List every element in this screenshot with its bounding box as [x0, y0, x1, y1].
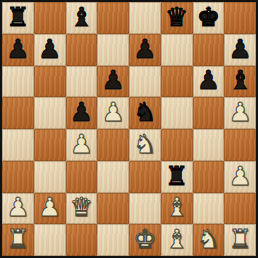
- square-g5[interactable]: [193, 97, 225, 129]
- black-pawn-b7[interactable]: ♟: [38, 36, 61, 62]
- square-b7[interactable]: ♟: [34, 34, 66, 66]
- white-bishop-f1[interactable]: ♝: [165, 226, 188, 252]
- square-c6[interactable]: [66, 66, 98, 98]
- square-c1[interactable]: [66, 224, 98, 256]
- square-b3[interactable]: [34, 161, 66, 193]
- square-e6[interactable]: [129, 66, 161, 98]
- square-b8[interactable]: [34, 2, 66, 34]
- black-pawn-a7[interactable]: ♟: [6, 36, 29, 62]
- white-pawn-h5[interactable]: ♟: [228, 99, 251, 125]
- square-a3[interactable]: [2, 161, 34, 193]
- white-rook-a1[interactable]: ♜: [6, 226, 29, 252]
- black-rook-f3[interactable]: ♜: [165, 163, 188, 189]
- white-rook-h1[interactable]: ♜: [228, 226, 251, 252]
- square-c5[interactable]: ♟: [66, 97, 98, 129]
- square-e4[interactable]: ♞: [129, 129, 161, 161]
- square-b6[interactable]: [34, 66, 66, 98]
- square-a4[interactable]: [2, 129, 34, 161]
- square-f3[interactable]: ♜: [161, 161, 193, 193]
- black-king-g8[interactable]: ♚: [197, 4, 220, 30]
- white-pawn-d5[interactable]: ♟: [101, 99, 124, 125]
- square-g4[interactable]: [193, 129, 225, 161]
- square-f8[interactable]: ♛: [161, 2, 193, 34]
- square-h6[interactable]: ♝: [224, 66, 256, 98]
- square-a5[interactable]: [2, 97, 34, 129]
- square-e5[interactable]: ♞: [129, 97, 161, 129]
- square-h8[interactable]: [224, 2, 256, 34]
- square-c4[interactable]: ♟: [66, 129, 98, 161]
- square-h3[interactable]: ♟: [224, 161, 256, 193]
- square-b2[interactable]: ♟: [34, 193, 66, 225]
- square-e2[interactable]: [129, 193, 161, 225]
- white-knight-e4[interactable]: ♞: [133, 131, 156, 157]
- square-e1[interactable]: ♚: [129, 224, 161, 256]
- square-d4[interactable]: [97, 129, 129, 161]
- chess-board: ♜♝♛♚♟♟♟♟♟♟♝♟♟♞♟♟♞♜♟♟♟♛♝♜♚♝♞♜: [2, 2, 256, 256]
- chess-board-frame: ♜♝♛♚♟♟♟♟♟♟♝♟♟♞♟♟♞♜♟♟♟♛♝♜♚♝♞♜: [0, 0, 258, 258]
- square-a2[interactable]: ♟: [2, 193, 34, 225]
- square-h1[interactable]: ♜: [224, 224, 256, 256]
- square-e7[interactable]: ♟: [129, 34, 161, 66]
- square-c3[interactable]: [66, 161, 98, 193]
- black-bishop-c8[interactable]: ♝: [70, 4, 93, 30]
- black-rook-a8[interactable]: ♜: [6, 4, 29, 30]
- black-pawn-d6[interactable]: ♟: [101, 67, 124, 93]
- white-pawn-b2[interactable]: ♟: [38, 194, 61, 220]
- square-d7[interactable]: [97, 34, 129, 66]
- square-b5[interactable]: [34, 97, 66, 129]
- square-b1[interactable]: [34, 224, 66, 256]
- square-c8[interactable]: ♝: [66, 2, 98, 34]
- white-bishop-f2[interactable]: ♝: [165, 194, 188, 220]
- white-pawn-a2[interactable]: ♟: [6, 194, 29, 220]
- square-g3[interactable]: [193, 161, 225, 193]
- square-d6[interactable]: ♟: [97, 66, 129, 98]
- square-a7[interactable]: ♟: [2, 34, 34, 66]
- square-f5[interactable]: [161, 97, 193, 129]
- square-g8[interactable]: ♚: [193, 2, 225, 34]
- black-queen-f8[interactable]: ♛: [165, 4, 188, 30]
- square-g1[interactable]: ♞: [193, 224, 225, 256]
- white-pawn-c4[interactable]: ♟: [70, 131, 93, 157]
- square-f4[interactable]: [161, 129, 193, 161]
- square-g7[interactable]: [193, 34, 225, 66]
- square-a6[interactable]: [2, 66, 34, 98]
- black-pawn-g6[interactable]: ♟: [197, 67, 220, 93]
- square-f2[interactable]: ♝: [161, 193, 193, 225]
- square-b4[interactable]: [34, 129, 66, 161]
- square-d5[interactable]: ♟: [97, 97, 129, 129]
- square-h7[interactable]: ♟: [224, 34, 256, 66]
- square-a1[interactable]: ♜: [2, 224, 34, 256]
- white-queen-c2[interactable]: ♛: [70, 194, 93, 220]
- white-pawn-h3[interactable]: ♟: [228, 163, 251, 189]
- square-d8[interactable]: [97, 2, 129, 34]
- black-bishop-h6[interactable]: ♝: [228, 67, 251, 93]
- square-d2[interactable]: [97, 193, 129, 225]
- black-pawn-h7[interactable]: ♟: [228, 36, 251, 62]
- square-g6[interactable]: ♟: [193, 66, 225, 98]
- square-d1[interactable]: [97, 224, 129, 256]
- square-f6[interactable]: [161, 66, 193, 98]
- square-f7[interactable]: [161, 34, 193, 66]
- square-a8[interactable]: ♜: [2, 2, 34, 34]
- black-pawn-e7[interactable]: ♟: [133, 36, 156, 62]
- white-king-e1[interactable]: ♚: [133, 226, 156, 252]
- square-h2[interactable]: [224, 193, 256, 225]
- square-d3[interactable]: [97, 161, 129, 193]
- square-f1[interactable]: ♝: [161, 224, 193, 256]
- square-e8[interactable]: [129, 2, 161, 34]
- square-c2[interactable]: ♛: [66, 193, 98, 225]
- square-c7[interactable]: [66, 34, 98, 66]
- square-h5[interactable]: ♟: [224, 97, 256, 129]
- square-h4[interactable]: [224, 129, 256, 161]
- square-e3[interactable]: [129, 161, 161, 193]
- white-knight-g1[interactable]: ♞: [197, 226, 220, 252]
- black-pawn-c5[interactable]: ♟: [70, 99, 93, 125]
- black-knight-e5[interactable]: ♞: [133, 99, 156, 125]
- square-g2[interactable]: [193, 193, 225, 225]
